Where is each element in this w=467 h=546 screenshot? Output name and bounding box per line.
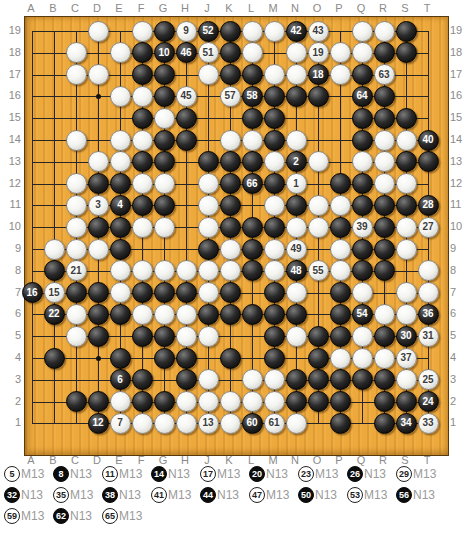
stone-N6[interactable] — [286, 304, 307, 325]
stone-H16[interactable]: 45 — [176, 86, 197, 107]
stone-C7[interactable] — [66, 282, 87, 303]
stone-O11[interactable] — [308, 195, 329, 216]
move-number: 9 — [183, 26, 189, 36]
stone-R2[interactable] — [374, 391, 395, 412]
stone-L6[interactable] — [242, 304, 263, 325]
stone-H6[interactable] — [176, 304, 197, 325]
move-number: 16 — [26, 288, 37, 298]
stone-T6[interactable]: 36 — [418, 304, 439, 325]
stone-C2[interactable] — [66, 391, 87, 412]
stone-K12[interactable] — [220, 173, 241, 194]
caption-move-26: 26N13 — [347, 466, 396, 482]
move-number: 36 — [422, 309, 433, 319]
stone-G10[interactable] — [154, 217, 175, 238]
stone-F3[interactable] — [132, 369, 153, 390]
stone-Q9[interactable] — [352, 239, 373, 260]
stone-O5[interactable] — [308, 326, 329, 347]
stone-F14[interactable] — [132, 130, 153, 151]
stone-K6[interactable] — [220, 304, 241, 325]
stone-Q13[interactable] — [352, 151, 373, 172]
stone-Q11[interactable] — [352, 195, 373, 216]
stone-K17[interactable] — [220, 64, 241, 85]
stone-E3[interactable]: 6 — [110, 369, 131, 390]
stone-J10[interactable] — [198, 217, 219, 238]
caption-coord: N13 — [119, 488, 141, 502]
stone-C5[interactable] — [66, 326, 87, 347]
stone-Q17[interactable] — [352, 64, 373, 85]
stone-C11[interactable] — [66, 195, 87, 216]
stone-M8[interactable] — [264, 260, 285, 281]
stone-L18[interactable] — [242, 42, 263, 63]
stone-C18[interactable] — [66, 42, 87, 63]
stone-L12[interactable]: 66 — [242, 173, 263, 194]
stone-H14[interactable] — [176, 130, 197, 151]
stone-O13[interactable] — [308, 151, 329, 172]
stone-E14[interactable] — [110, 130, 131, 151]
stone-M6[interactable] — [264, 304, 285, 325]
move-number: 58 — [246, 91, 257, 101]
stone-E12[interactable] — [110, 173, 131, 194]
stone-J9[interactable] — [198, 239, 219, 260]
caption-move-35: 35M13 — [53, 487, 102, 503]
stone-H4[interactable] — [176, 348, 197, 369]
stone-G15[interactable] — [154, 108, 175, 129]
stone-Q3[interactable] — [352, 369, 373, 390]
row-label-left-16: 16 — [1, 89, 21, 101]
stone-M17[interactable] — [264, 64, 285, 85]
stone-N19[interactable]: 42 — [286, 21, 307, 42]
coord-bottom-label-S: S — [397, 454, 413, 466]
stone-G17[interactable] — [154, 64, 175, 85]
stone-F18[interactable] — [132, 42, 153, 63]
stone-D9[interactable] — [88, 239, 109, 260]
stone-K9[interactable] — [220, 239, 241, 260]
stone-D2[interactable] — [88, 391, 109, 412]
stone-G7[interactable] — [154, 282, 175, 303]
stone-S3[interactable] — [396, 369, 417, 390]
stone-R10[interactable] — [374, 217, 395, 238]
stone-C12[interactable] — [66, 173, 87, 194]
stone-Q5[interactable] — [352, 326, 373, 347]
stone-S5[interactable]: 30 — [396, 326, 417, 347]
stone-K14[interactable] — [220, 130, 241, 151]
stone-R9[interactable] — [374, 239, 395, 260]
stone-N1[interactable] — [286, 413, 307, 434]
stone-N8[interactable]: 48 — [286, 260, 307, 281]
stone-S12[interactable] — [396, 173, 417, 194]
stone-K10[interactable] — [220, 217, 241, 238]
stone-J11[interactable] — [198, 195, 219, 216]
stone-R3[interactable] — [374, 369, 395, 390]
stone-M9[interactable] — [264, 239, 285, 260]
stone-N7[interactable] — [286, 282, 307, 303]
stone-G8[interactable] — [154, 260, 175, 281]
stone-R6[interactable] — [374, 304, 395, 325]
stone-Q8[interactable] — [352, 260, 373, 281]
stone-E8[interactable] — [110, 260, 131, 281]
stone-P12[interactable] — [330, 173, 351, 194]
stone-H1[interactable] — [176, 413, 197, 434]
stone-B4[interactable] — [44, 348, 65, 369]
coord-bottom-label-N: N — [287, 454, 303, 466]
stone-M12[interactable] — [264, 173, 285, 194]
move-number: 49 — [290, 244, 301, 254]
stone-P10[interactable] — [330, 217, 351, 238]
stone-E16[interactable] — [110, 86, 131, 107]
stone-F2[interactable] — [132, 391, 153, 412]
stone-D6[interactable] — [88, 304, 109, 325]
stone-T5[interactable]: 31 — [418, 326, 439, 347]
stone-M10[interactable] — [264, 217, 285, 238]
stone-K4[interactable] — [220, 348, 241, 369]
stone-Q4[interactable] — [352, 348, 373, 369]
stone-F19[interactable] — [132, 21, 153, 42]
stone-K8[interactable] — [220, 260, 241, 281]
stone-P2[interactable] — [330, 391, 351, 412]
stone-P1[interactable] — [330, 413, 351, 434]
stone-Q6[interactable]: 54 — [352, 304, 373, 325]
stone-G1[interactable] — [154, 413, 175, 434]
stone-S11[interactable] — [396, 195, 417, 216]
stone-L8[interactable] — [242, 260, 263, 281]
stone-O10[interactable] — [308, 217, 329, 238]
stone-E4[interactable] — [110, 348, 131, 369]
stone-T3[interactable]: 25 — [418, 369, 439, 390]
row-label-right-9: 9 — [450, 242, 467, 254]
stone-D10[interactable] — [88, 217, 109, 238]
row-label-right-3: 3 — [450, 373, 467, 385]
stone-M11[interactable] — [264, 195, 285, 216]
stone-J3[interactable] — [198, 369, 219, 390]
stone-T10[interactable]: 27 — [418, 217, 439, 238]
stone-E10[interactable] — [110, 217, 131, 238]
caption-coord: M13 — [21, 509, 44, 523]
stone-C9[interactable] — [66, 239, 87, 260]
stone-P11[interactable] — [330, 195, 351, 216]
stone-S1[interactable]: 34 — [396, 413, 417, 434]
stone-L9[interactable] — [242, 239, 263, 260]
stone-F8[interactable] — [132, 260, 153, 281]
move-number: 28 — [422, 200, 433, 210]
stone-O8[interactable]: 55 — [308, 260, 329, 281]
stone-J6[interactable] — [198, 304, 219, 325]
coord-bottom-label-G: G — [155, 454, 171, 466]
stone-R15[interactable] — [374, 108, 395, 129]
stone-R1[interactable] — [374, 413, 395, 434]
stone-D13[interactable] — [88, 151, 109, 172]
stone-N14[interactable] — [286, 130, 307, 151]
stone-R8[interactable] — [374, 260, 395, 281]
stone-D19[interactable] — [88, 21, 109, 42]
stone-E6[interactable] — [110, 304, 131, 325]
stone-S19[interactable] — [396, 21, 417, 42]
stone-J2[interactable] — [198, 391, 219, 412]
coord-bottom-label-Q: Q — [353, 454, 369, 466]
stone-D11[interactable]: 3 — [88, 195, 109, 216]
stone-G14[interactable] — [154, 130, 175, 151]
stone-F7[interactable] — [132, 282, 153, 303]
stone-N2[interactable] — [286, 391, 307, 412]
stone-Q14[interactable] — [352, 130, 373, 151]
stone-Q10[interactable]: 39 — [352, 217, 373, 238]
stone-R4[interactable] — [374, 348, 395, 369]
white-move-badge: 41 — [151, 487, 167, 503]
row-label-left-9: 9 — [1, 242, 21, 254]
stone-G5[interactable] — [154, 326, 175, 347]
stone-R11[interactable] — [374, 195, 395, 216]
caption-coord: M13 — [413, 467, 436, 481]
stone-G6[interactable] — [154, 304, 175, 325]
stone-R16[interactable] — [374, 86, 395, 107]
stone-O4[interactable] — [308, 348, 329, 369]
white-move-badge: 23 — [298, 466, 314, 482]
stone-E7[interactable] — [110, 282, 131, 303]
row-label-right-15: 15 — [450, 111, 467, 123]
stone-O18[interactable]: 19 — [308, 42, 329, 63]
row-label-right-14: 14 — [450, 133, 467, 145]
stone-M4[interactable] — [264, 348, 285, 369]
stone-J19[interactable]: 52 — [198, 21, 219, 42]
stone-C6[interactable] — [66, 304, 87, 325]
stone-F17[interactable] — [132, 64, 153, 85]
stone-D17[interactable] — [88, 64, 109, 85]
stone-R17[interactable]: 63 — [374, 64, 395, 85]
stone-F10[interactable] — [132, 217, 153, 238]
stone-H8[interactable] — [176, 260, 197, 281]
stone-M3[interactable] — [264, 369, 285, 390]
stone-S4[interactable]: 37 — [396, 348, 417, 369]
stone-Q15[interactable] — [352, 108, 373, 129]
stone-M1[interactable]: 61 — [264, 413, 285, 434]
coord-top-label-M: M — [265, 2, 281, 14]
stone-J7[interactable] — [198, 282, 219, 303]
stone-M7[interactable] — [264, 282, 285, 303]
move-number: 46 — [180, 48, 191, 58]
stone-D12[interactable] — [88, 173, 109, 194]
stone-O16[interactable] — [308, 86, 329, 107]
stone-N5[interactable] — [286, 326, 307, 347]
stone-R5[interactable] — [374, 326, 395, 347]
stone-E18[interactable] — [110, 42, 131, 63]
stone-M19[interactable] — [264, 21, 285, 42]
stone-L16[interactable]: 58 — [242, 86, 263, 107]
stone-S13[interactable] — [396, 151, 417, 172]
stone-T7[interactable] — [418, 282, 439, 303]
stone-N9[interactable]: 49 — [286, 239, 307, 260]
stone-F16[interactable] — [132, 86, 153, 107]
stone-P18[interactable] — [330, 42, 351, 63]
row-label-left-4: 4 — [1, 351, 21, 363]
stone-L17[interactable] — [242, 64, 263, 85]
stone-T8[interactable] — [418, 260, 439, 281]
stone-K1[interactable] — [220, 413, 241, 434]
stone-K7[interactable] — [220, 282, 241, 303]
stone-D1[interactable]: 12 — [88, 413, 109, 434]
stone-Q12[interactable] — [352, 173, 373, 194]
stone-L2[interactable] — [242, 391, 263, 412]
stone-L3[interactable] — [242, 369, 263, 390]
stone-D5[interactable] — [88, 326, 109, 347]
stone-D7[interactable] — [88, 282, 109, 303]
stone-T11[interactable]: 28 — [418, 195, 439, 216]
coord-top-label-P: P — [331, 2, 347, 14]
stone-N17[interactable] — [286, 64, 307, 85]
black-move-badge: 14 — [151, 466, 167, 482]
stone-E9[interactable] — [110, 239, 131, 260]
stone-C10[interactable] — [66, 217, 87, 238]
stone-N12[interactable]: 1 — [286, 173, 307, 194]
stone-S9[interactable] — [396, 239, 417, 260]
black-move-badge: 20 — [249, 466, 265, 482]
stone-M14[interactable] — [264, 130, 285, 151]
stone-S15[interactable] — [396, 108, 417, 129]
stone-H7[interactable] — [176, 282, 197, 303]
stone-H2[interactable] — [176, 391, 197, 412]
stone-E1[interactable]: 7 — [110, 413, 131, 434]
stone-G18[interactable]: 10 — [154, 42, 175, 63]
stone-M16[interactable] — [264, 86, 285, 107]
stone-S14[interactable] — [396, 130, 417, 151]
stone-T2[interactable]: 24 — [418, 391, 439, 412]
stone-G11[interactable] — [154, 195, 175, 216]
stone-K18[interactable] — [220, 42, 241, 63]
caption-coord: N13 — [217, 488, 239, 502]
stone-P6[interactable] — [330, 304, 351, 325]
coord-bottom-label-C: C — [67, 454, 83, 466]
stone-O17[interactable]: 18 — [308, 64, 329, 85]
stone-R19[interactable] — [374, 21, 395, 42]
stone-N16[interactable] — [286, 86, 307, 107]
stone-Q7[interactable] — [352, 282, 373, 303]
stone-E2[interactable] — [110, 391, 131, 412]
stone-O2[interactable] — [308, 391, 329, 412]
stone-P7[interactable] — [330, 282, 351, 303]
stone-G19[interactable] — [154, 21, 175, 42]
stone-N11[interactable] — [286, 195, 307, 216]
stone-N3[interactable] — [286, 369, 307, 390]
stone-B6[interactable]: 22 — [44, 304, 65, 325]
stone-R12[interactable] — [374, 173, 395, 194]
stone-J8[interactable] — [198, 260, 219, 281]
stone-M2[interactable] — [264, 391, 285, 412]
stone-H3[interactable] — [176, 369, 197, 390]
stone-L19[interactable] — [242, 21, 263, 42]
stone-J1[interactable]: 13 — [198, 413, 219, 434]
stone-F15[interactable] — [132, 108, 153, 129]
stone-O3[interactable] — [308, 369, 329, 390]
stone-T13[interactable] — [418, 151, 439, 172]
stone-T1[interactable]: 33 — [418, 413, 439, 434]
stone-J12[interactable] — [198, 173, 219, 194]
stone-F11[interactable] — [132, 195, 153, 216]
stone-H19[interactable]: 9 — [176, 21, 197, 42]
stone-H18[interactable]: 46 — [176, 42, 197, 63]
stone-S2[interactable] — [396, 391, 417, 412]
stone-L15[interactable] — [242, 108, 263, 129]
stone-A7[interactable]: 16 — [22, 282, 43, 303]
go-board[interactable]: 9524243104651191863455758644026613428392… — [24, 16, 449, 456]
stone-E13[interactable] — [110, 151, 131, 172]
stone-F13[interactable] — [132, 151, 153, 172]
stone-G12[interactable] — [154, 173, 175, 194]
stone-J17[interactable] — [198, 64, 219, 85]
stone-G2[interactable] — [154, 391, 175, 412]
stone-S18[interactable] — [396, 42, 417, 63]
stone-T14[interactable]: 40 — [418, 130, 439, 151]
stone-F12[interactable] — [132, 173, 153, 194]
stone-F6[interactable] — [132, 304, 153, 325]
stone-G4[interactable] — [154, 348, 175, 369]
stone-M13[interactable] — [264, 151, 285, 172]
stone-R13[interactable] — [374, 151, 395, 172]
row-label-right-17: 17 — [450, 68, 467, 80]
stone-P4[interactable] — [330, 348, 351, 369]
stone-Q18[interactable] — [352, 42, 373, 63]
stone-S6[interactable] — [396, 304, 417, 325]
stone-K19[interactable] — [220, 21, 241, 42]
stone-B8[interactable] — [44, 260, 65, 281]
stone-K11[interactable] — [220, 195, 241, 216]
stone-P9[interactable] — [330, 239, 351, 260]
stone-P8[interactable] — [330, 260, 351, 281]
stone-N10[interactable] — [286, 217, 307, 238]
stone-P17[interactable] — [330, 64, 351, 85]
stone-L10[interactable] — [242, 217, 263, 238]
stone-N13[interactable]: 2 — [286, 151, 307, 172]
stone-R14[interactable] — [374, 130, 395, 151]
stone-C14[interactable] — [66, 130, 87, 151]
stone-G13[interactable] — [154, 151, 175, 172]
stone-L14[interactable] — [242, 130, 263, 151]
stone-H5[interactable] — [176, 326, 197, 347]
caption-coord: M13 — [364, 488, 387, 502]
stone-S7[interactable] — [396, 282, 417, 303]
stone-L13[interactable] — [242, 151, 263, 172]
stone-K2[interactable] — [220, 391, 241, 412]
stone-E11[interactable]: 4 — [110, 195, 131, 216]
stone-H15[interactable] — [176, 108, 197, 129]
stone-P3[interactable] — [330, 369, 351, 390]
stone-J13[interactable] — [198, 151, 219, 172]
move-number: 22 — [48, 309, 59, 319]
stone-F5[interactable] — [132, 326, 153, 347]
stone-Q16[interactable]: 64 — [352, 86, 373, 107]
caption-coord: M13 — [168, 488, 191, 502]
stone-M5[interactable] — [264, 326, 285, 347]
stone-N18[interactable] — [286, 42, 307, 63]
stone-O19[interactable]: 43 — [308, 21, 329, 42]
stone-M15[interactable] — [264, 108, 285, 129]
stone-R18[interactable] — [374, 42, 395, 63]
stone-P5[interactable] — [330, 326, 351, 347]
stone-C8[interactable]: 21 — [66, 260, 87, 281]
white-move-badge: 5 — [4, 466, 20, 482]
stone-S10[interactable] — [396, 217, 417, 238]
stone-G16[interactable] — [154, 86, 175, 107]
stone-K16[interactable]: 57 — [220, 86, 241, 107]
stone-J5[interactable] — [198, 326, 219, 347]
stone-J18[interactable]: 51 — [198, 42, 219, 63]
stone-B9[interactable] — [44, 239, 65, 260]
row-label-right-2: 2 — [450, 395, 467, 407]
stone-Q19[interactable] — [352, 21, 373, 42]
stone-F1[interactable] — [132, 413, 153, 434]
stone-B7[interactable]: 15 — [44, 282, 65, 303]
stone-K13[interactable] — [220, 151, 241, 172]
black-move-badge: 38 — [102, 487, 118, 503]
stone-L1[interactable]: 60 — [242, 413, 263, 434]
stone-C17[interactable] — [66, 64, 87, 85]
